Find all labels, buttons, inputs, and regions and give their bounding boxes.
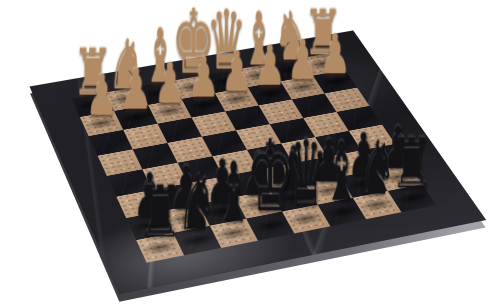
piece-black-knight: ♞ [177,164,218,241]
piece-black-king: ♚ [246,128,294,226]
piece-white-pawn: ♟ [254,38,285,93]
chess-board: ♜♞♝♚♛♝♞♜♟♟♟♟♟♟♟♟♟♟♟♟♟♟♟♟♜♞♝♚♛♝♞♜ [30,30,487,294]
piece-black-rook: ♜ [137,177,182,248]
piece-black-knight: ♞ [357,130,397,205]
piece-black-bishop: ♝ [324,130,360,212]
piece-white-pawn: ♟ [319,27,350,81]
piece-white-pawn: ♟ [85,67,117,123]
piece-white-pawn: ♟ [287,33,318,88]
piece-black-bishop: ♝ [216,150,252,233]
marble-chess-set-photo: ♜♞♝♚♛♝♞♜♟♟♟♟♟♟♟♟♟♟♟♟♟♟♟♟♜♞♝♚♛♝♞♜ [0,0,500,304]
piece-white-pawn: ♟ [154,56,186,112]
pieces-layer: ♜♞♝♚♛♝♞♜♟♟♟♟♟♟♟♟♟♟♟♟♟♟♟♟♜♞♝♚♛♝♞♜ [30,30,354,86]
piece-white-pawn: ♟ [120,62,152,118]
piece-white-pawn: ♟ [221,44,253,99]
piece-white-pawn: ♟ [187,50,219,105]
